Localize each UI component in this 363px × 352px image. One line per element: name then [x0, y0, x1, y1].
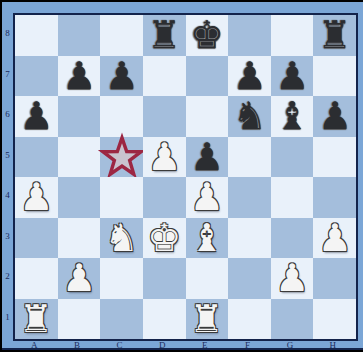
square-b8[interactable]	[58, 15, 101, 56]
piece-white-pawn[interactable]: ♟	[186, 177, 229, 218]
piece-black-king[interactable]: ♚	[186, 15, 229, 56]
piece-white-pawn[interactable]: ♟	[143, 137, 186, 178]
piece-white-bishop[interactable]: ♝	[186, 218, 229, 259]
square-a1[interactable]: ♜	[15, 299, 58, 340]
square-g8[interactable]	[271, 15, 314, 56]
rank-label-4: 4	[2, 175, 13, 216]
square-e3[interactable]: ♝	[186, 218, 229, 259]
chessboard: ♜♚♜♟♟♟♟♟♞♝♟♟♟♟♟♞♚♝♟♟♟♜♜	[13, 13, 358, 341]
file-label-a: A	[13, 341, 56, 350]
square-g6[interactable]: ♝	[271, 96, 314, 137]
square-d1[interactable]	[143, 299, 186, 340]
square-e4[interactable]: ♟	[186, 177, 229, 218]
square-d6[interactable]	[143, 96, 186, 137]
square-b5[interactable]	[58, 137, 101, 178]
square-g2[interactable]: ♟	[271, 258, 314, 299]
square-d5[interactable]: ♟	[143, 137, 186, 178]
square-f7[interactable]: ♟	[228, 56, 271, 97]
square-f3[interactable]	[228, 218, 271, 259]
square-a7[interactable]	[15, 56, 58, 97]
rank-label-3: 3	[2, 216, 13, 257]
piece-black-bishop[interactable]: ♝	[271, 96, 314, 137]
square-h4[interactable]	[313, 177, 356, 218]
file-label-h: H	[311, 341, 354, 350]
piece-black-rook[interactable]: ♜	[143, 15, 186, 56]
square-a5[interactable]	[15, 137, 58, 178]
file-label-b: B	[56, 341, 99, 350]
square-c3[interactable]: ♞	[100, 218, 143, 259]
square-d7[interactable]	[143, 56, 186, 97]
file-label-e: E	[184, 341, 227, 350]
square-d3[interactable]: ♚	[143, 218, 186, 259]
square-b7[interactable]: ♟	[58, 56, 101, 97]
piece-white-pawn[interactable]: ♟	[313, 218, 356, 259]
piece-black-pawn[interactable]: ♟	[100, 56, 143, 97]
square-g5[interactable]	[271, 137, 314, 178]
rank-label-8: 8	[2, 13, 13, 54]
square-a3[interactable]	[15, 218, 58, 259]
square-h2[interactable]	[313, 258, 356, 299]
square-e5[interactable]: ♟	[186, 137, 229, 178]
square-g1[interactable]	[271, 299, 314, 340]
piece-white-pawn[interactable]: ♟	[271, 258, 314, 299]
piece-white-king[interactable]: ♚	[143, 218, 186, 259]
square-g7[interactable]: ♟	[271, 56, 314, 97]
rank-label-6: 6	[2, 94, 13, 135]
square-e8[interactable]: ♚	[186, 15, 229, 56]
square-g3[interactable]	[271, 218, 314, 259]
piece-black-pawn[interactable]: ♟	[313, 96, 356, 137]
square-b2[interactable]: ♟	[58, 258, 101, 299]
square-d2[interactable]	[143, 258, 186, 299]
square-e1[interactable]: ♜	[186, 299, 229, 340]
square-c2[interactable]	[100, 258, 143, 299]
square-c1[interactable]	[100, 299, 143, 340]
rank-label-5: 5	[2, 135, 13, 176]
piece-black-pawn[interactable]: ♟	[186, 137, 229, 178]
star-annotation	[97, 134, 146, 180]
rank-label-1: 1	[2, 297, 13, 338]
square-h3[interactable]: ♟	[313, 218, 356, 259]
file-label-d: D	[141, 341, 184, 350]
piece-white-knight[interactable]: ♞	[100, 218, 143, 259]
square-f5[interactable]	[228, 137, 271, 178]
square-h6[interactable]: ♟	[313, 96, 356, 137]
piece-black-pawn[interactable]: ♟	[228, 56, 271, 97]
square-f6[interactable]: ♞	[228, 96, 271, 137]
piece-black-pawn[interactable]: ♟	[271, 56, 314, 97]
square-d8[interactable]: ♜	[143, 15, 186, 56]
rank-label-7: 7	[2, 54, 13, 95]
square-c4[interactable]	[100, 177, 143, 218]
square-h5[interactable]	[313, 137, 356, 178]
piece-black-rook[interactable]: ♜	[313, 15, 356, 56]
square-c5[interactable]	[100, 137, 143, 178]
square-a2[interactable]	[15, 258, 58, 299]
square-c7[interactable]: ♟	[100, 56, 143, 97]
square-d4[interactable]	[143, 177, 186, 218]
square-h7[interactable]	[313, 56, 356, 97]
piece-white-rook[interactable]: ♜	[15, 299, 58, 340]
square-g4[interactable]	[271, 177, 314, 218]
piece-white-rook[interactable]: ♜	[186, 299, 229, 340]
piece-white-pawn[interactable]: ♟	[15, 177, 58, 218]
square-f2[interactable]	[228, 258, 271, 299]
rank-label-2: 2	[2, 256, 13, 297]
piece-black-knight[interactable]: ♞	[228, 96, 271, 137]
square-f8[interactable]	[228, 15, 271, 56]
piece-black-pawn[interactable]: ♟	[58, 56, 101, 97]
square-f4[interactable]	[228, 177, 271, 218]
square-e2[interactable]	[186, 258, 229, 299]
square-b3[interactable]	[58, 218, 101, 259]
square-a4[interactable]: ♟	[15, 177, 58, 218]
square-b4[interactable]	[58, 177, 101, 218]
file-label-c: C	[98, 341, 141, 350]
piece-white-pawn[interactable]: ♟	[58, 258, 101, 299]
square-e7[interactable]	[186, 56, 229, 97]
square-f1[interactable]	[228, 299, 271, 340]
square-h1[interactable]	[313, 299, 356, 340]
square-b6[interactable]	[58, 96, 101, 137]
square-a6[interactable]: ♟	[15, 96, 58, 137]
square-h8[interactable]: ♜	[313, 15, 356, 56]
file-label-g: G	[269, 341, 312, 350]
chessboard-frame: ♜♚♜♟♟♟♟♟♞♝♟♟♟♟♟♞♚♝♟♟♟♜♜ 87654321ABCDEFGH	[2, 2, 363, 350]
square-b1[interactable]	[58, 299, 101, 340]
square-a8[interactable]	[15, 15, 58, 56]
square-c8[interactable]	[100, 15, 143, 56]
square-c6[interactable]	[100, 96, 143, 137]
file-label-f: F	[226, 341, 269, 350]
square-e6[interactable]	[186, 96, 229, 137]
piece-black-pawn[interactable]: ♟	[15, 96, 58, 137]
